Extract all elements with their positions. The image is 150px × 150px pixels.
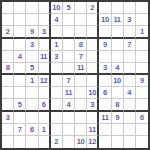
cell-r11c1[interactable] [2, 124, 14, 136]
cell-r3c1[interactable]: 2 [2, 26, 14, 38]
cell-r12c2[interactable] [14, 136, 26, 148]
cell-r12c11[interactable] [124, 136, 136, 148]
cell-r6c6[interactable] [63, 63, 75, 75]
cell-r9c2[interactable]: 5 [14, 99, 26, 111]
cell-r12c8[interactable]: 12 [87, 136, 99, 148]
cell-r1c9[interactable] [99, 2, 111, 14]
cell-r7c12[interactable]: 9 [136, 75, 148, 87]
cell-r3c9[interactable] [99, 26, 111, 38]
cell-r1c6[interactable]: 5 [63, 2, 75, 14]
cell-r12c12[interactable] [136, 136, 148, 148]
cell-r2c3[interactable] [26, 14, 38, 26]
cell-r8c6[interactable]: 11 [63, 87, 75, 99]
cell-r10c5[interactable] [51, 112, 63, 124]
cell-r1c5[interactable]: 10 [51, 2, 63, 14]
cell-r11c5[interactable] [51, 124, 63, 136]
cell-r2c10[interactable]: 11 [112, 14, 124, 26]
cell-r10c4[interactable] [39, 112, 51, 124]
cell-r10c7[interactable] [75, 112, 87, 124]
cell-r11c7[interactable] [75, 124, 87, 136]
cell-r2c12[interactable] [136, 14, 148, 26]
cell-r2c4[interactable] [39, 14, 51, 26]
cell-r5c7[interactable]: 7 [75, 51, 87, 63]
cell-r11c11[interactable] [124, 124, 136, 136]
cell-r10c9[interactable]: 11 [99, 112, 111, 124]
cell-r10c11[interactable] [124, 112, 136, 124]
cell-r1c12[interactable] [136, 2, 148, 14]
cell-r11c10[interactable] [112, 124, 124, 136]
cell-r9c9[interactable] [99, 99, 111, 111]
cell-r9c5[interactable] [51, 99, 63, 111]
cell-r10c2[interactable] [14, 112, 26, 124]
cell-r4c10[interactable] [112, 39, 124, 51]
cell-r8c2[interactable] [14, 87, 26, 99]
cell-r1c7[interactable] [75, 2, 87, 14]
cell-r7c2[interactable] [14, 75, 26, 87]
cell-r3c5[interactable] [51, 26, 63, 38]
cell-r1c4[interactable] [39, 2, 51, 14]
cell-r9c11[interactable] [124, 99, 136, 111]
cell-r8c10[interactable] [112, 87, 124, 99]
cell-r11c8[interactable]: 11 [87, 124, 99, 136]
cell-r9c10[interactable]: 8 [112, 99, 124, 111]
cell-r9c1[interactable] [2, 99, 14, 111]
cell-r4c9[interactable]: 9 [99, 39, 111, 51]
cell-r1c2[interactable] [14, 2, 26, 14]
cell-r8c3[interactable] [26, 87, 38, 99]
cell-r5c11[interactable] [124, 51, 136, 63]
cell-r6c7[interactable]: 11 [75, 63, 87, 75]
cell-r10c6[interactable] [63, 112, 75, 124]
cell-r6c11[interactable] [124, 63, 136, 75]
cell-r7c11[interactable] [124, 75, 136, 87]
cell-r4c11[interactable]: 7 [124, 39, 136, 51]
cell-r12c6[interactable] [63, 136, 75, 148]
cell-r10c10[interactable]: 9 [112, 112, 124, 124]
cell-r8c12[interactable] [136, 87, 148, 99]
cell-r2c5[interactable]: 4 [51, 14, 63, 26]
cell-r5c8[interactable] [87, 51, 99, 63]
cell-r5c2[interactable]: 4 [14, 51, 26, 63]
cell-r7c7[interactable] [75, 75, 87, 87]
cell-r7c6[interactable]: 7 [63, 75, 75, 87]
cell-r3c8[interactable] [87, 26, 99, 38]
cell-r1c1[interactable] [2, 2, 14, 14]
cell-r4c4[interactable] [39, 39, 51, 51]
cell-r3c4[interactable]: 3 [39, 26, 51, 38]
cell-r11c3[interactable]: 6 [26, 124, 38, 136]
cell-r7c5[interactable] [51, 75, 63, 87]
cell-r3c11[interactable] [124, 26, 136, 38]
cell-r6c9[interactable]: 3 [99, 63, 111, 75]
cell-r4c5[interactable]: 1 [51, 39, 63, 51]
cell-r5c4[interactable]: 11 [39, 51, 51, 63]
cell-r5c9[interactable] [99, 51, 111, 63]
cell-r5c10[interactable] [112, 51, 124, 63]
cell-r1c10[interactable] [112, 2, 124, 14]
cell-r4c7[interactable]: 8 [75, 39, 87, 51]
cell-r9c8[interactable]: 3 [87, 99, 99, 111]
cell-r4c2[interactable] [14, 39, 26, 51]
cell-r10c8[interactable] [87, 112, 99, 124]
cell-r12c3[interactable] [26, 136, 38, 148]
cell-r3c10[interactable] [112, 26, 124, 38]
cell-r12c7[interactable]: 10 [75, 136, 87, 148]
cell-r12c9[interactable] [99, 136, 111, 148]
cell-r10c3[interactable] [26, 112, 38, 124]
cell-r4c6[interactable] [63, 39, 75, 51]
cell-r7c1[interactable] [2, 75, 14, 87]
cell-r12c4[interactable] [39, 136, 51, 148]
cell-r2c7[interactable] [75, 14, 87, 26]
cell-r6c3[interactable]: 5 [26, 63, 38, 75]
cell-r8c9[interactable]: 6 [99, 87, 111, 99]
cell-r11c9[interactable] [99, 124, 111, 136]
cell-r12c5[interactable]: 2 [51, 136, 63, 148]
cell-r4c8[interactable] [87, 39, 99, 51]
cell-r2c9[interactable]: 10 [99, 14, 111, 26]
cell-r2c6[interactable] [63, 14, 75, 26]
cell-r3c12[interactable]: 1 [136, 26, 148, 38]
cell-r8c4[interactable] [39, 87, 51, 99]
cell-r5c1[interactable] [2, 51, 14, 63]
cell-r8c5[interactable] [51, 87, 63, 99]
cell-r2c11[interactable]: 3 [124, 14, 136, 26]
cell-r9c6[interactable]: 4 [63, 99, 75, 111]
cell-r8c8[interactable]: 10 [87, 87, 99, 99]
cell-r8c1[interactable] [2, 87, 14, 99]
cell-r9c3[interactable] [26, 99, 38, 111]
cell-r6c2[interactable] [14, 63, 26, 75]
cell-r1c11[interactable] [124, 2, 136, 14]
cell-r11c6[interactable] [63, 124, 75, 136]
cell-r11c2[interactable]: 7 [14, 124, 26, 136]
cell-r7c10[interactable]: 10 [112, 75, 124, 87]
cell-r6c8[interactable] [87, 63, 99, 75]
sudoku-board: 1052410113293131897411378511341127109111… [0, 0, 150, 150]
cell-r3c6[interactable] [63, 26, 75, 38]
cell-r7c3[interactable]: 1 [26, 75, 38, 87]
cell-r3c7[interactable] [75, 26, 87, 38]
cell-r3c3[interactable]: 9 [26, 26, 38, 38]
cell-r6c4[interactable] [39, 63, 51, 75]
cell-r12c1[interactable] [2, 136, 14, 148]
cell-r6c1[interactable]: 8 [2, 63, 14, 75]
cell-r9c4[interactable]: 6 [39, 99, 51, 111]
cell-r7c4[interactable]: 12 [39, 75, 51, 87]
cell-r7c9[interactable] [99, 75, 111, 87]
cell-r9c7[interactable] [75, 99, 87, 111]
cell-r2c1[interactable] [2, 14, 14, 26]
cell-r2c8[interactable] [87, 14, 99, 26]
cell-r8c7[interactable] [75, 87, 87, 99]
cell-r6c10[interactable]: 4 [112, 63, 124, 75]
cell-r8c11[interactable]: 4 [124, 87, 136, 99]
cell-r5c6[interactable] [63, 51, 75, 63]
cell-r11c4[interactable]: 1 [39, 124, 51, 136]
cell-r10c12[interactable]: 6 [136, 112, 148, 124]
cell-r10c1[interactable]: 3 [2, 112, 14, 124]
cell-r6c5[interactable] [51, 63, 63, 75]
cell-r4c3[interactable]: 3 [26, 39, 38, 51]
cell-r1c3[interactable] [26, 2, 38, 14]
cell-r5c5[interactable]: 3 [51, 51, 63, 63]
cell-r7c8[interactable] [87, 75, 99, 87]
cell-r5c12[interactable] [136, 51, 148, 63]
cell-r5c3[interactable] [26, 51, 38, 63]
cell-r12c10[interactable] [112, 136, 124, 148]
cell-r4c1[interactable] [2, 39, 14, 51]
cell-r4c12[interactable] [136, 39, 148, 51]
cell-r9c12[interactable] [136, 99, 148, 111]
cell-r11c12[interactable] [136, 124, 148, 136]
cell-r6c12[interactable] [136, 63, 148, 75]
cell-r2c2[interactable] [14, 14, 26, 26]
cell-r1c8[interactable]: 2 [87, 2, 99, 14]
cell-r3c2[interactable] [14, 26, 26, 38]
